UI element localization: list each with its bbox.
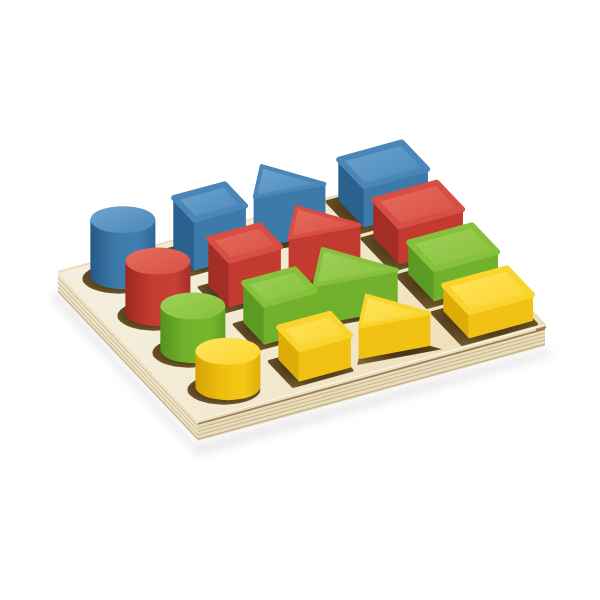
board-container — [0, 0, 600, 600]
shape-sorter-photo — [0, 0, 600, 600]
scene-svg — [0, 0, 600, 600]
piece-yellow-cylinder[interactable] — [195, 338, 260, 400]
piece-yellow-cube[interactable] — [279, 314, 350, 381]
